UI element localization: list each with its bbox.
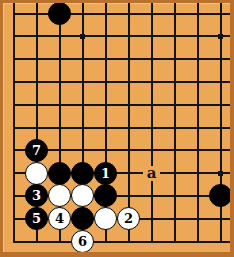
- grid-line-horizontal: [13, 35, 231, 37]
- grid-line-horizontal: [13, 58, 231, 60]
- star-point: [218, 171, 223, 176]
- black-stone[interactable]: [94, 184, 117, 207]
- move-number: 4: [55, 212, 64, 225]
- black-stone-move-5[interactable]: 5: [25, 207, 48, 230]
- black-stone[interactable]: [71, 162, 94, 185]
- white-stone-move-4[interactable]: 4: [48, 207, 71, 230]
- move-number: 5: [32, 212, 41, 225]
- white-stone-move-2[interactable]: 2: [117, 207, 140, 230]
- star-point: [218, 34, 223, 39]
- white-stone[interactable]: [71, 184, 94, 207]
- grid-line-horizontal: [13, 81, 231, 83]
- move-number: 7: [32, 144, 41, 157]
- grid-line-horizontal: [13, 104, 231, 106]
- move-number: 6: [78, 235, 87, 248]
- grid-line-vertical: [174, 3, 176, 243]
- move-number: 3: [32, 189, 41, 202]
- white-stone[interactable]: [25, 162, 48, 185]
- point-label-a: a: [143, 166, 160, 181]
- star-point: [80, 34, 85, 39]
- grid-line-horizontal: [13, 127, 231, 129]
- white-stone[interactable]: [48, 184, 71, 207]
- grid-line-horizontal: [13, 241, 231, 243]
- grid-line-vertical: [13, 3, 15, 243]
- white-stone-move-6[interactable]: 6: [71, 230, 94, 252]
- black-stone[interactable]: [71, 207, 94, 230]
- black-stone[interactable]: [209, 184, 230, 207]
- black-stone[interactable]: [48, 3, 71, 25]
- white-stone[interactable]: [94, 207, 117, 230]
- go-board[interactable]: a7135426: [3, 3, 230, 252]
- move-number: 2: [124, 212, 133, 225]
- black-stone-move-1[interactable]: 1: [94, 162, 117, 185]
- black-stone[interactable]: [48, 162, 71, 185]
- black-stone-move-7[interactable]: 7: [25, 139, 48, 162]
- black-stone-move-3[interactable]: 3: [25, 184, 48, 207]
- go-diagram: a7135426: [0, 0, 234, 257]
- grid-line-vertical: [197, 3, 199, 243]
- grid-line-horizontal: [13, 13, 231, 15]
- move-number: 1: [101, 167, 110, 180]
- grid-line-vertical: [151, 3, 153, 243]
